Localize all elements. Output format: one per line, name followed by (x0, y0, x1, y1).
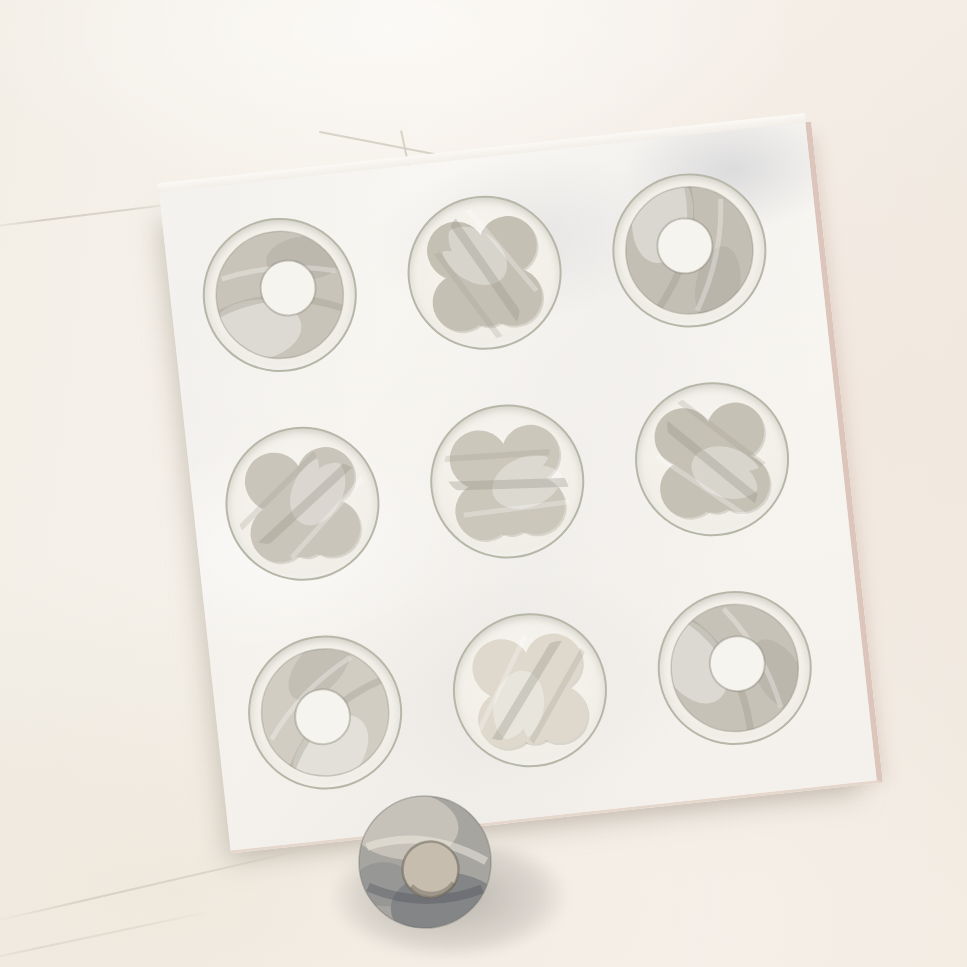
board-cell-r2c1[interactable] (416, 575, 643, 806)
board-cell-r1c2[interactable] (598, 344, 825, 575)
recess-r2c1 (445, 605, 615, 775)
piece-x[interactable] (453, 613, 607, 767)
board-cell-r1c0[interactable] (189, 388, 416, 619)
tic-tac-toe-board (159, 122, 883, 854)
recess-r2c2 (650, 583, 820, 753)
piece-o[interactable] (248, 635, 402, 789)
recess-r1c2 (627, 374, 797, 544)
board-cell-r0c2[interactable] (576, 135, 803, 366)
board-cell-r2c2[interactable] (621, 552, 848, 783)
surface-crease-line (0, 909, 217, 965)
recess-r2c0 (240, 628, 410, 798)
piece-x[interactable] (225, 427, 379, 581)
surface-crease-line (0, 847, 312, 923)
piece-x[interactable] (430, 404, 584, 558)
surface-scratch (319, 131, 435, 155)
piece-o[interactable] (658, 591, 812, 745)
piece-o-dark[interactable] (347, 784, 503, 940)
recess-r1c1 (422, 397, 592, 567)
off-board-piece-o[interactable] (347, 784, 503, 940)
recess-r0c1 (400, 188, 570, 358)
board-grid (166, 135, 848, 828)
piece-x[interactable] (407, 196, 561, 350)
board-cell-r1c1[interactable] (394, 366, 621, 597)
board-cell-r0c0[interactable] (166, 179, 393, 410)
piece-o[interactable] (203, 218, 357, 372)
board-cell-r0c1[interactable] (371, 157, 598, 388)
table-surface (0, 0, 967, 967)
piece-x[interactable] (635, 382, 789, 536)
recess-r1c0 (218, 419, 388, 589)
recess-r0c0 (195, 210, 365, 380)
piece-o[interactable] (612, 173, 766, 327)
recess-r0c2 (605, 166, 775, 336)
